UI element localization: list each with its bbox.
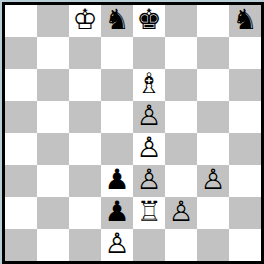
square-d6[interactable] [101,69,133,101]
piece-white-rook: ♖ [136,197,161,228]
square-g5[interactable] [197,101,229,133]
square-f4[interactable] [165,133,197,165]
square-d4[interactable] [101,133,133,165]
square-f8[interactable] [165,5,197,37]
square-h3[interactable] [229,165,261,197]
square-e8[interactable]: ♚ [133,5,165,37]
square-g2[interactable] [197,197,229,229]
square-a4[interactable] [5,133,37,165]
square-f3[interactable] [165,165,197,197]
square-h4[interactable] [229,133,261,165]
square-c1[interactable] [69,229,101,261]
square-b8[interactable] [37,5,69,37]
square-c6[interactable] [69,69,101,101]
square-b4[interactable] [37,133,69,165]
square-b7[interactable] [37,37,69,69]
square-a1[interactable] [5,229,37,261]
piece-white-pawn: ♙ [168,197,193,228]
square-f6[interactable] [165,69,197,101]
square-c2[interactable] [69,197,101,229]
piece-white-pawn: ♙ [136,133,161,164]
square-g4[interactable] [197,133,229,165]
square-e3[interactable]: ♙ [133,165,165,197]
square-d3[interactable]: ♟ [101,165,133,197]
square-a5[interactable] [5,101,37,133]
square-c5[interactable] [69,101,101,133]
square-h6[interactable] [229,69,261,101]
chess-board: ♔♞♚♞♗♙♙♟♙♙♟♖♙♙ [2,2,264,264]
square-c8[interactable]: ♔ [69,5,101,37]
square-b3[interactable] [37,165,69,197]
square-h1[interactable] [229,229,261,261]
square-a7[interactable] [5,37,37,69]
square-g8[interactable] [197,5,229,37]
piece-black-king: ♚ [136,5,161,36]
piece-white-pawn: ♙ [104,229,129,260]
piece-white-pawn: ♙ [136,101,161,132]
square-b6[interactable] [37,69,69,101]
square-e5[interactable]: ♙ [133,101,165,133]
square-a6[interactable] [5,69,37,101]
square-g3[interactable]: ♙ [197,165,229,197]
square-f7[interactable] [165,37,197,69]
square-h8[interactable]: ♞ [229,5,261,37]
square-e4[interactable]: ♙ [133,133,165,165]
piece-black-pawn: ♟ [104,197,129,228]
square-c3[interactable] [69,165,101,197]
square-e7[interactable] [133,37,165,69]
square-b2[interactable] [37,197,69,229]
square-g6[interactable] [197,69,229,101]
piece-white-pawn: ♙ [200,165,225,196]
piece-black-knight: ♞ [104,5,129,36]
square-g1[interactable] [197,229,229,261]
square-a8[interactable] [5,5,37,37]
square-f5[interactable] [165,101,197,133]
square-d5[interactable] [101,101,133,133]
square-f1[interactable] [165,229,197,261]
piece-white-king: ♔ [72,5,97,36]
square-e6[interactable]: ♗ [133,69,165,101]
square-a3[interactable] [5,165,37,197]
square-h7[interactable] [229,37,261,69]
piece-white-pawn: ♙ [136,165,161,196]
square-e2[interactable]: ♖ [133,197,165,229]
square-d1[interactable]: ♙ [101,229,133,261]
square-b5[interactable] [37,101,69,133]
square-c4[interactable] [69,133,101,165]
square-d8[interactable]: ♞ [101,5,133,37]
square-a2[interactable] [5,197,37,229]
square-h5[interactable] [229,101,261,133]
square-c7[interactable] [69,37,101,69]
piece-white-bishop: ♗ [136,69,161,100]
square-e1[interactable] [133,229,165,261]
square-d7[interactable] [101,37,133,69]
square-g7[interactable] [197,37,229,69]
square-d2[interactable]: ♟ [101,197,133,229]
square-b1[interactable] [37,229,69,261]
piece-black-pawn: ♟ [104,165,129,196]
chess-diagram: ♔♞♚♞♗♙♙♟♙♙♟♖♙♙ [0,0,260,260]
piece-black-knight: ♞ [232,5,257,36]
square-f2[interactable]: ♙ [165,197,197,229]
square-h2[interactable] [229,197,261,229]
